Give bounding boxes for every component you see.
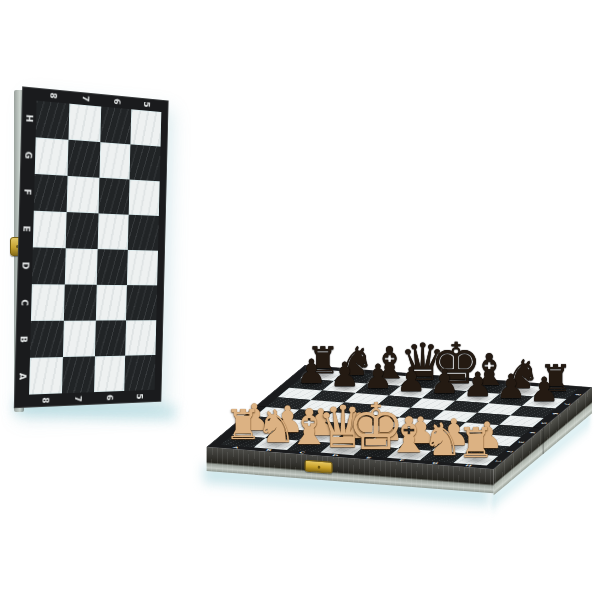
folded-square-d6 <box>96 249 128 285</box>
folded-board-face: 8765 HGFEDCBA 8765 <box>14 86 169 408</box>
folded-square-h5 <box>131 109 162 146</box>
folded-square-g8 <box>35 137 69 176</box>
folded-square-c7 <box>64 284 97 320</box>
folded-square-b5 <box>125 320 156 355</box>
folded-square-e8 <box>33 211 67 249</box>
folded-square-c5 <box>126 285 157 320</box>
folded-square-b6 <box>94 320 126 356</box>
folded-square-h8 <box>36 101 69 140</box>
folded-rank-label-bottom-7: 7 <box>71 382 84 415</box>
folded-square-b8 <box>30 321 64 358</box>
folded-square-b7 <box>63 321 96 357</box>
folded-board-grid <box>29 101 161 395</box>
open-board-clasp-icon <box>305 460 333 474</box>
folded-square-h7 <box>68 104 101 142</box>
folded-rank-label-bottom-6: 6 <box>103 381 116 414</box>
folded-square-f5 <box>129 180 160 216</box>
folded-square-d8 <box>32 247 66 284</box>
folded-square-e7 <box>65 212 98 249</box>
folded-rank-labels-bottom: 8765 <box>29 390 155 408</box>
folded-square-f6 <box>98 178 130 215</box>
folded-square-e6 <box>97 213 129 250</box>
folded-square-g5 <box>130 144 161 181</box>
folded-square-c6 <box>95 285 127 321</box>
folded-square-g7 <box>67 140 100 178</box>
folded-square-d7 <box>65 248 98 285</box>
folded-square-c8 <box>31 284 65 321</box>
folded-square-e5 <box>128 215 159 251</box>
folded-rank-label-bottom-5: 5 <box>133 380 145 412</box>
product-photo-scene: 8765 HGFEDCBA 8765 ABCDEFGH 87654321 ♜♞♝… <box>0 0 600 600</box>
folded-square-f7 <box>66 176 99 214</box>
folded-rank-label-bottom-8: 8 <box>39 384 52 418</box>
folded-square-h6 <box>100 106 132 144</box>
folded-square-f8 <box>34 174 68 212</box>
folded-board: 8765 HGFEDCBA 8765 <box>10 84 200 434</box>
folded-square-g6 <box>99 142 131 179</box>
folded-square-d5 <box>127 250 158 286</box>
